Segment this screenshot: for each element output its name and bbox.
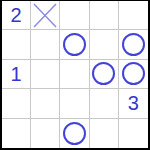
cell-r1c1[interactable]: 2: [2, 1, 31, 30]
cell-r1c4[interactable]: [90, 1, 119, 30]
cell-r2c3[interactable]: [60, 30, 89, 59]
cell-r3c4[interactable]: [90, 60, 119, 89]
cell-r5c1[interactable]: [2, 119, 31, 148]
circle-mark: [122, 33, 145, 56]
circle-mark: [63, 33, 86, 56]
cell-r5c2[interactable]: [31, 119, 60, 148]
cell-r5c3[interactable]: [60, 119, 89, 148]
cell-r5c4[interactable]: [90, 119, 119, 148]
cell-r3c1[interactable]: 1: [2, 60, 31, 89]
clue-number: 3: [128, 93, 139, 113]
cell-r2c2[interactable]: [31, 30, 60, 59]
circle-mark: [63, 122, 86, 145]
cell-r2c5[interactable]: [119, 30, 148, 59]
clue-number: 2: [11, 5, 22, 25]
puzzle-board: 213: [0, 0, 150, 150]
cell-r4c4[interactable]: [90, 89, 119, 118]
cell-r4c3[interactable]: [60, 89, 89, 118]
cell-r3c2[interactable]: [31, 60, 60, 89]
cell-r5c5[interactable]: [119, 119, 148, 148]
cell-r2c4[interactable]: [90, 30, 119, 59]
clue-number: 1: [11, 64, 22, 84]
cross-icon: [33, 3, 57, 28]
circle-mark: [92, 62, 115, 85]
cell-r3c3[interactable]: [60, 60, 89, 89]
cell-r2c1[interactable]: [2, 30, 31, 59]
cell-r4c5[interactable]: 3: [119, 89, 148, 118]
cell-r1c3[interactable]: [60, 1, 89, 30]
cell-r1c5[interactable]: [119, 1, 148, 30]
cell-r3c5[interactable]: [119, 60, 148, 89]
circle-mark: [122, 62, 145, 85]
cell-r1c2[interactable]: [31, 1, 60, 30]
cell-r4c1[interactable]: [2, 89, 31, 118]
cell-r4c2[interactable]: [31, 89, 60, 118]
